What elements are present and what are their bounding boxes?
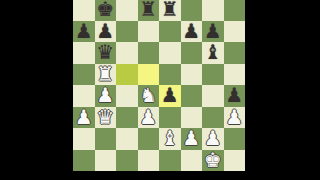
square-h1[interactable] — [224, 150, 246, 172]
letterbox-right — [245, 0, 320, 180]
square-e4[interactable]: ♟ — [159, 85, 181, 107]
square-c5[interactable] — [116, 64, 138, 86]
square-a3[interactable]: ♟ — [73, 107, 95, 129]
letterbox-bottom — [73, 171, 245, 180]
piece-white-pawn-b4[interactable]: ♟ — [96, 85, 114, 107]
square-g1[interactable]: ♚ — [202, 150, 224, 172]
square-b7[interactable]: ♟ — [95, 21, 117, 43]
square-c1[interactable] — [116, 150, 138, 172]
square-g3[interactable] — [202, 107, 224, 129]
square-a2[interactable] — [73, 128, 95, 150]
piece-black-pawn-b7[interactable]: ♟ — [96, 21, 114, 43]
square-f3[interactable] — [181, 107, 203, 129]
square-e2[interactable]: ♝ — [159, 128, 181, 150]
piece-white-pawn-f2[interactable]: ♟ — [182, 128, 200, 150]
piece-black-bishop-g6[interactable]: ♝ — [204, 42, 222, 64]
square-e3[interactable] — [159, 107, 181, 129]
square-c6[interactable] — [116, 42, 138, 64]
square-f1[interactable] — [181, 150, 203, 172]
piece-white-king-g1[interactable]: ♚ — [204, 150, 222, 172]
square-c8[interactable] — [116, 0, 138, 21]
square-b6[interactable]: ♛ — [95, 42, 117, 64]
square-g6[interactable]: ♝ — [202, 42, 224, 64]
piece-white-rook-b5[interactable]: ♜ — [96, 64, 114, 86]
square-h4[interactable]: ♟ — [224, 85, 246, 107]
square-d4[interactable]: ♞ — [138, 85, 160, 107]
piece-white-pawn-g2[interactable]: ♟ — [204, 128, 222, 150]
square-a4[interactable] — [73, 85, 95, 107]
screenshot-stage: ♚♜♜♟♟♟♟♛♝♜♟♞♟♟♟♛♟♟♝♟♟♚ — [0, 0, 320, 180]
square-e5[interactable] — [159, 64, 181, 86]
square-h2[interactable] — [224, 128, 246, 150]
piece-black-pawn-a7[interactable]: ♟ — [75, 21, 93, 43]
piece-black-king-b8[interactable]: ♚ — [96, 0, 114, 21]
piece-white-pawn-h3[interactable]: ♟ — [225, 107, 243, 129]
square-e7[interactable] — [159, 21, 181, 43]
square-f2[interactable]: ♟ — [181, 128, 203, 150]
square-f6[interactable] — [181, 42, 203, 64]
piece-white-queen-b3[interactable]: ♛ — [96, 107, 114, 129]
letterbox-left — [0, 0, 73, 180]
piece-black-pawn-h4[interactable]: ♟ — [225, 85, 243, 107]
square-b2[interactable] — [95, 128, 117, 150]
square-a1[interactable] — [73, 150, 95, 172]
square-h8[interactable] — [224, 0, 246, 21]
square-c2[interactable] — [116, 128, 138, 150]
piece-white-knight-d4[interactable]: ♞ — [139, 85, 157, 107]
square-d6[interactable] — [138, 42, 160, 64]
square-c3[interactable] — [116, 107, 138, 129]
square-f7[interactable]: ♟ — [181, 21, 203, 43]
square-b1[interactable] — [95, 150, 117, 172]
square-g7[interactable]: ♟ — [202, 21, 224, 43]
square-d5[interactable] — [138, 64, 160, 86]
square-c4[interactable] — [116, 85, 138, 107]
square-f4[interactable] — [181, 85, 203, 107]
chessboard: ♚♜♜♟♟♟♟♛♝♜♟♞♟♟♟♛♟♟♝♟♟♚ — [73, 0, 245, 171]
square-b3[interactable]: ♛ — [95, 107, 117, 129]
square-c7[interactable] — [116, 21, 138, 43]
square-h6[interactable] — [224, 42, 246, 64]
square-a6[interactable] — [73, 42, 95, 64]
piece-black-pawn-e4[interactable]: ♟ — [161, 85, 179, 107]
square-b5[interactable]: ♜ — [95, 64, 117, 86]
square-h5[interactable] — [224, 64, 246, 86]
square-e1[interactable] — [159, 150, 181, 172]
square-d3[interactable]: ♟ — [138, 107, 160, 129]
square-b8[interactable]: ♚ — [95, 0, 117, 21]
square-d8[interactable]: ♜ — [138, 0, 160, 21]
square-f5[interactable] — [181, 64, 203, 86]
piece-black-pawn-g7[interactable]: ♟ — [204, 21, 222, 43]
square-a5[interactable] — [73, 64, 95, 86]
square-e8[interactable]: ♜ — [159, 0, 181, 21]
piece-black-rook-e8[interactable]: ♜ — [161, 0, 179, 21]
piece-white-pawn-a3[interactable]: ♟ — [75, 107, 93, 129]
square-a8[interactable] — [73, 0, 95, 21]
piece-black-rook-d8[interactable]: ♜ — [139, 0, 157, 21]
square-f8[interactable] — [181, 0, 203, 21]
square-h7[interactable] — [224, 21, 246, 43]
square-b4[interactable]: ♟ — [95, 85, 117, 107]
piece-white-bishop-e2[interactable]: ♝ — [161, 128, 179, 150]
square-g4[interactable] — [202, 85, 224, 107]
square-h3[interactable]: ♟ — [224, 107, 246, 129]
square-g2[interactable]: ♟ — [202, 128, 224, 150]
square-e6[interactable] — [159, 42, 181, 64]
square-a7[interactable]: ♟ — [73, 21, 95, 43]
square-g5[interactable] — [202, 64, 224, 86]
square-g8[interactable] — [202, 0, 224, 21]
piece-black-queen-b6[interactable]: ♛ — [96, 42, 114, 64]
square-d7[interactable] — [138, 21, 160, 43]
square-d2[interactable] — [138, 128, 160, 150]
square-d1[interactable] — [138, 150, 160, 172]
piece-white-pawn-d3[interactable]: ♟ — [139, 107, 157, 129]
piece-black-pawn-f7[interactable]: ♟ — [182, 21, 200, 43]
